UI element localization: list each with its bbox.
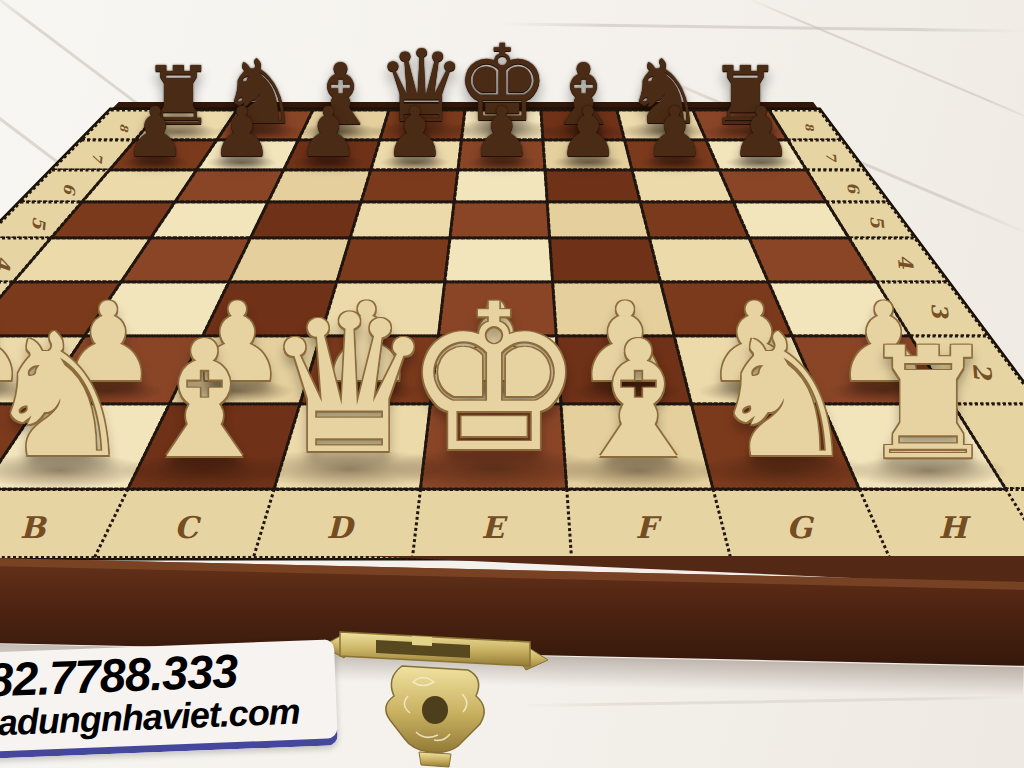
square-f8: [541, 110, 625, 140]
square-h6: [719, 170, 826, 202]
square-g7: [625, 140, 720, 170]
square-c7: [284, 140, 380, 170]
square-f4: [550, 238, 661, 282]
square-f6: [545, 170, 640, 202]
square-e3: [439, 282, 557, 336]
brass-clasp-icon: [318, 616, 552, 768]
square-f3: [553, 282, 675, 336]
square-f5: [547, 202, 649, 238]
square-d6: [361, 170, 458, 202]
square-e1: [421, 404, 567, 489]
square-e5: [450, 202, 550, 238]
square-c4: [229, 238, 350, 282]
square-c6: [268, 170, 371, 202]
square-e8: [462, 110, 544, 140]
square-d3: [321, 282, 445, 336]
square-d4: [337, 238, 450, 282]
rank-label-left-4: 4: [0, 255, 16, 272]
file-label-b: B: [20, 510, 48, 545]
price-sticker: 82.7788.333 iadungnhaviet.com: [0, 639, 338, 759]
square-c5: [251, 202, 362, 238]
square-d2: [300, 336, 439, 404]
square-f2: [556, 336, 691, 404]
square-e4: [445, 238, 553, 282]
file-label-h: H: [939, 510, 972, 545]
square-c8: [298, 110, 389, 140]
photo-scene: ABCDEFGH8877665544332211 ♜♞♝♛♚♝♞♜♟♟♟♟♟♟♟…: [0, 0, 1024, 768]
square-g4: [650, 238, 769, 282]
square-f1: [561, 404, 713, 489]
square-d7: [371, 140, 462, 170]
file-label-c: C: [174, 510, 201, 545]
bottom-border-band: [0, 489, 1024, 558]
file-label-g: G: [787, 510, 815, 545]
square-e6: [454, 170, 547, 202]
square-g8: [617, 110, 706, 140]
square-d8: [380, 110, 465, 140]
square-e7: [458, 140, 545, 170]
square-h7: [706, 140, 806, 170]
square-f7: [543, 140, 632, 170]
square-g6: [632, 170, 733, 202]
square-e2: [431, 336, 562, 404]
file-label-d: D: [326, 510, 355, 545]
square-g5: [640, 202, 749, 238]
square-d5: [350, 202, 454, 238]
square-d1: [274, 404, 430, 489]
sticker-website: iadungnhaviet.com: [0, 692, 331, 741]
